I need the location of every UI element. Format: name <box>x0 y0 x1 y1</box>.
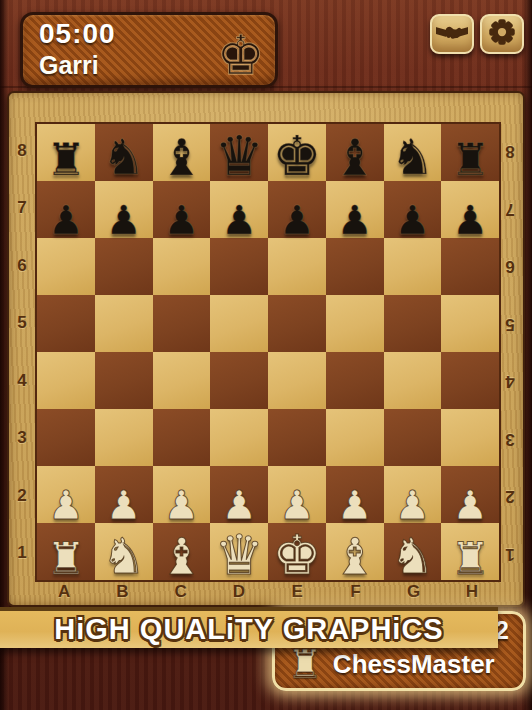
opponent-name: Garri <box>39 51 99 80</box>
square-g4[interactable] <box>384 352 442 409</box>
square-f3[interactable] <box>326 409 384 466</box>
rank-label-8: 8 <box>9 122 35 180</box>
black-pawn: ♟ <box>163 201 199 239</box>
square-b1[interactable]: ♞ <box>95 523 153 580</box>
gear-icon <box>487 17 517 51</box>
black-pawn: ♟ <box>279 201 315 239</box>
white-rook: ♜ <box>46 538 86 581</box>
square-h3[interactable] <box>441 409 499 466</box>
white-rook-icon: ♜ <box>287 644 323 684</box>
square-c6[interactable] <box>153 238 211 295</box>
square-e5[interactable] <box>268 295 326 352</box>
black-queen: ♛ <box>214 130 263 182</box>
white-pawn: ♟ <box>394 486 430 524</box>
square-a8[interactable]: ♜ <box>37 124 95 181</box>
white-pawn: ♟ <box>452 486 488 524</box>
file-label-g: G <box>385 579 443 605</box>
square-e8[interactable]: ♚ <box>268 124 326 181</box>
file-label-a: A <box>35 579 93 605</box>
square-e6[interactable] <box>268 238 326 295</box>
square-a7[interactable]: ♟ <box>37 181 95 238</box>
square-h8[interactable]: ♜ <box>441 124 499 181</box>
white-bishop: ♝ <box>159 534 204 582</box>
square-d8[interactable]: ♛ <box>210 124 268 181</box>
square-g2[interactable]: ♟ <box>384 466 442 523</box>
square-b3[interactable] <box>95 409 153 466</box>
rank-label-1: 1 <box>9 525 35 583</box>
square-f6[interactable] <box>326 238 384 295</box>
square-e3[interactable] <box>268 409 326 466</box>
black-pawn: ♟ <box>452 201 488 239</box>
promo-banner-text: HiGH QUALiTY GRAPHiCS <box>54 613 443 646</box>
square-a4[interactable] <box>37 352 95 409</box>
white-pawn: ♟ <box>106 486 142 524</box>
white-knight: ♞ <box>102 534 146 581</box>
white-knight: ♞ <box>390 534 434 581</box>
file-label-b: B <box>93 579 151 605</box>
file-label-d: D <box>210 579 268 605</box>
promo-banner: HiGH QUALiTY GRAPHiCS <box>0 607 498 648</box>
square-d1[interactable]: ♛ <box>210 523 268 580</box>
black-knight: ♞ <box>390 135 434 182</box>
square-a1[interactable]: ♜ <box>37 523 95 580</box>
white-pawn: ♟ <box>221 486 257 524</box>
square-d5[interactable] <box>210 295 268 352</box>
black-king-icon: ♚ <box>217 29 265 83</box>
white-bishop: ♝ <box>332 534 377 582</box>
white-pawn: ♟ <box>163 486 199 524</box>
square-a3[interactable] <box>37 409 95 466</box>
black-bishop: ♝ <box>159 135 204 183</box>
white-queen: ♛ <box>214 529 263 581</box>
square-d6[interactable] <box>210 238 268 295</box>
square-b7[interactable]: ♟ <box>95 181 153 238</box>
square-d4[interactable] <box>210 352 268 409</box>
chess-board: 87654321 87654321 ♜♞♝♛♚♝♞♜♟♟♟♟♟♟♟♟♟♟♟♟♟♟… <box>7 91 525 607</box>
black-king: ♚ <box>272 130 321 182</box>
square-b5[interactable] <box>95 295 153 352</box>
square-g5[interactable] <box>384 295 442 352</box>
file-label-c: C <box>152 579 210 605</box>
white-king: ♚ <box>272 529 321 581</box>
player-name: ChessMaster <box>333 649 495 680</box>
square-c8[interactable]: ♝ <box>153 124 211 181</box>
square-a6[interactable] <box>37 238 95 295</box>
black-pawn: ♟ <box>337 201 373 239</box>
opponent-timer: 05:00 <box>39 18 116 50</box>
file-label-h: H <box>443 579 501 605</box>
square-h4[interactable] <box>441 352 499 409</box>
square-f4[interactable] <box>326 352 384 409</box>
square-h7[interactable]: ♟ <box>441 181 499 238</box>
square-e2[interactable]: ♟ <box>268 466 326 523</box>
square-f8[interactable]: ♝ <box>326 124 384 181</box>
handshake-icon <box>436 20 468 48</box>
file-label-f: F <box>326 579 384 605</box>
square-g7[interactable]: ♟ <box>384 181 442 238</box>
black-pawn: ♟ <box>48 201 84 239</box>
draw-offer-button[interactable] <box>430 14 474 54</box>
black-pawn: ♟ <box>221 201 257 239</box>
white-pawn: ♟ <box>48 486 84 524</box>
rank-labels-left: 87654321 <box>9 122 35 582</box>
square-e4[interactable] <box>268 352 326 409</box>
square-c4[interactable] <box>153 352 211 409</box>
square-h1[interactable]: ♜ <box>441 523 499 580</box>
white-pawn: ♟ <box>279 486 315 524</box>
rank-label-2: 2 <box>9 467 35 525</box>
square-c7[interactable]: ♟ <box>153 181 211 238</box>
square-f7[interactable]: ♟ <box>326 181 384 238</box>
opponent-plaque: 05:00 Garri ♚ <box>20 12 278 88</box>
rank-label-3: 3 <box>9 410 35 468</box>
white-pawn: ♟ <box>337 486 373 524</box>
square-g3[interactable] <box>384 409 442 466</box>
black-rook: ♜ <box>450 139 490 182</box>
square-e7[interactable]: ♟ <box>268 181 326 238</box>
rank-label-6: 6 <box>9 237 35 295</box>
square-d3[interactable] <box>210 409 268 466</box>
file-labels-bottom: ABCDEFGH <box>35 579 501 605</box>
black-knight: ♞ <box>102 135 146 182</box>
square-c1[interactable]: ♝ <box>153 523 211 580</box>
square-b2[interactable]: ♟ <box>95 466 153 523</box>
square-f1[interactable]: ♝ <box>326 523 384 580</box>
black-pawn: ♟ <box>106 201 142 239</box>
square-g6[interactable] <box>384 238 442 295</box>
square-f5[interactable] <box>326 295 384 352</box>
square-d7[interactable]: ♟ <box>210 181 268 238</box>
square-h6[interactable] <box>441 238 499 295</box>
square-c5[interactable] <box>153 295 211 352</box>
square-b4[interactable] <box>95 352 153 409</box>
settings-button[interactable] <box>480 14 524 54</box>
square-h2[interactable]: ♟ <box>441 466 499 523</box>
rank-label-4: 4 <box>9 352 35 410</box>
square-d2[interactable]: ♟ <box>210 466 268 523</box>
rank-label-7: 7 <box>9 180 35 238</box>
square-f2[interactable]: ♟ <box>326 466 384 523</box>
square-c3[interactable] <box>153 409 211 466</box>
square-a5[interactable] <box>37 295 95 352</box>
square-g1[interactable]: ♞ <box>384 523 442 580</box>
rank-label-5: 5 <box>9 295 35 353</box>
square-g8[interactable]: ♞ <box>384 124 442 181</box>
square-h5[interactable] <box>441 295 499 352</box>
board-grid: ♜♞♝♛♚♝♞♜♟♟♟♟♟♟♟♟♟♟♟♟♟♟♟♟♜♞♝♛♚♝♞♜ <box>35 122 501 582</box>
black-pawn: ♟ <box>394 201 430 239</box>
square-a2[interactable]: ♟ <box>37 466 95 523</box>
black-rook: ♜ <box>46 139 86 182</box>
file-label-e: E <box>268 579 326 605</box>
black-bishop: ♝ <box>332 135 377 183</box>
square-b8[interactable]: ♞ <box>95 124 153 181</box>
square-c2[interactable]: ♟ <box>153 466 211 523</box>
white-rook: ♜ <box>450 538 490 581</box>
square-b6[interactable] <box>95 238 153 295</box>
square-e1[interactable]: ♚ <box>268 523 326 580</box>
